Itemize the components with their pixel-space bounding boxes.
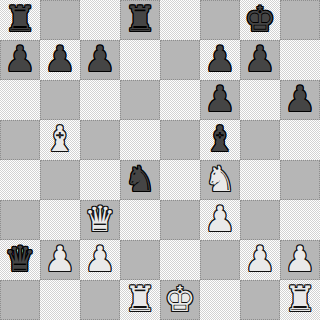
square-e7[interactable]	[160, 40, 200, 80]
piece-black-pawn: ♟	[204, 39, 235, 79]
square-g5[interactable]	[240, 120, 280, 160]
piece-white-queen: ♛	[84, 199, 115, 239]
piece-black-pawn: ♟	[84, 39, 115, 79]
square-b4[interactable]	[40, 160, 80, 200]
square-g7[interactable]: ♟	[240, 40, 280, 80]
square-c6[interactable]	[80, 80, 120, 120]
chess-board: ♜♜♚♟♟♟♟♟♟♟♝♝♞♞♛♟♛♟♟♟♟♜♚♜	[0, 0, 320, 320]
piece-black-rook: ♜	[124, 0, 155, 39]
square-e6[interactable]	[160, 80, 200, 120]
square-e2[interactable]	[160, 240, 200, 280]
square-a6[interactable]	[0, 80, 40, 120]
square-e5[interactable]	[160, 120, 200, 160]
square-c4[interactable]	[80, 160, 120, 200]
square-g3[interactable]	[240, 200, 280, 240]
square-d7[interactable]	[120, 40, 160, 80]
piece-black-queen: ♛	[4, 239, 35, 279]
square-d1[interactable]: ♜	[120, 280, 160, 320]
piece-black-pawn: ♟	[284, 79, 315, 119]
square-a3[interactable]	[0, 200, 40, 240]
square-c1[interactable]	[80, 280, 120, 320]
square-h6[interactable]: ♟	[280, 80, 320, 120]
square-g6[interactable]	[240, 80, 280, 120]
piece-white-pawn: ♟	[284, 239, 315, 279]
piece-black-rook: ♜	[4, 0, 35, 39]
square-h2[interactable]: ♟	[280, 240, 320, 280]
square-b8[interactable]	[40, 0, 80, 40]
piece-black-pawn: ♟	[244, 39, 275, 79]
square-d2[interactable]	[120, 240, 160, 280]
square-f2[interactable]	[200, 240, 240, 280]
piece-white-pawn: ♟	[204, 199, 235, 239]
square-g8[interactable]: ♚	[240, 0, 280, 40]
piece-white-pawn: ♟	[44, 239, 75, 279]
square-d3[interactable]	[120, 200, 160, 240]
square-c8[interactable]	[80, 0, 120, 40]
square-b6[interactable]	[40, 80, 80, 120]
square-h5[interactable]	[280, 120, 320, 160]
square-c5[interactable]	[80, 120, 120, 160]
square-a7[interactable]: ♟	[0, 40, 40, 80]
square-d8[interactable]: ♜	[120, 0, 160, 40]
square-h4[interactable]	[280, 160, 320, 200]
square-c7[interactable]: ♟	[80, 40, 120, 80]
square-a8[interactable]: ♜	[0, 0, 40, 40]
square-f1[interactable]	[200, 280, 240, 320]
piece-black-pawn: ♟	[204, 79, 235, 119]
square-d4[interactable]: ♞	[120, 160, 160, 200]
square-h3[interactable]	[280, 200, 320, 240]
square-b2[interactable]: ♟	[40, 240, 80, 280]
square-c3[interactable]: ♛	[80, 200, 120, 240]
square-a4[interactable]	[0, 160, 40, 200]
square-a5[interactable]	[0, 120, 40, 160]
piece-black-pawn: ♟	[44, 39, 75, 79]
piece-white-pawn: ♟	[244, 239, 275, 279]
piece-black-king: ♚	[244, 0, 275, 39]
piece-white-bishop: ♝	[44, 119, 75, 159]
piece-white-pawn: ♟	[84, 239, 115, 279]
square-g1[interactable]	[240, 280, 280, 320]
square-f3[interactable]: ♟	[200, 200, 240, 240]
square-f6[interactable]: ♟	[200, 80, 240, 120]
piece-black-knight: ♞	[124, 159, 155, 199]
piece-white-king: ♚	[164, 279, 195, 319]
square-b3[interactable]	[40, 200, 80, 240]
square-e4[interactable]	[160, 160, 200, 200]
square-b5[interactable]: ♝	[40, 120, 80, 160]
piece-white-rook: ♜	[284, 279, 315, 319]
square-g2[interactable]: ♟	[240, 240, 280, 280]
square-b1[interactable]	[40, 280, 80, 320]
square-a2[interactable]: ♛	[0, 240, 40, 280]
square-e3[interactable]	[160, 200, 200, 240]
square-h1[interactable]: ♜	[280, 280, 320, 320]
square-h8[interactable]	[280, 0, 320, 40]
piece-black-pawn: ♟	[4, 39, 35, 79]
piece-black-bishop: ♝	[204, 119, 235, 159]
piece-white-knight: ♞	[204, 159, 235, 199]
square-b7[interactable]: ♟	[40, 40, 80, 80]
square-e8[interactable]	[160, 0, 200, 40]
square-f5[interactable]: ♝	[200, 120, 240, 160]
square-e1[interactable]: ♚	[160, 280, 200, 320]
square-h7[interactable]	[280, 40, 320, 80]
square-g4[interactable]	[240, 160, 280, 200]
square-f4[interactable]: ♞	[200, 160, 240, 200]
square-f7[interactable]: ♟	[200, 40, 240, 80]
square-f8[interactable]	[200, 0, 240, 40]
square-c2[interactable]: ♟	[80, 240, 120, 280]
square-a1[interactable]	[0, 280, 40, 320]
square-d6[interactable]	[120, 80, 160, 120]
square-d5[interactable]	[120, 120, 160, 160]
piece-white-rook: ♜	[124, 279, 155, 319]
